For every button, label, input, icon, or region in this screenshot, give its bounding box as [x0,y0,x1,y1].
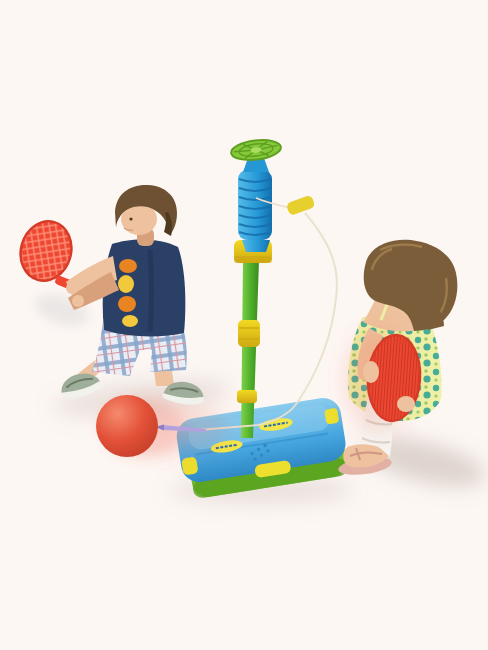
girl-hand-left [363,361,379,383]
boy-hand-top [66,282,78,294]
swingball-product-photo [0,0,488,650]
tshirt-fold [150,250,152,332]
swingball-ball [96,395,158,457]
pole-ring-lower [237,390,257,403]
girl-hand-right [397,396,415,412]
base-latch-right [324,408,339,425]
boy-hand-bottom [72,295,84,307]
photo-canvas [0,0,488,650]
spring-bobbin [238,158,272,252]
pole-joint-sleeve [238,320,260,347]
boy-eye [129,217,132,220]
